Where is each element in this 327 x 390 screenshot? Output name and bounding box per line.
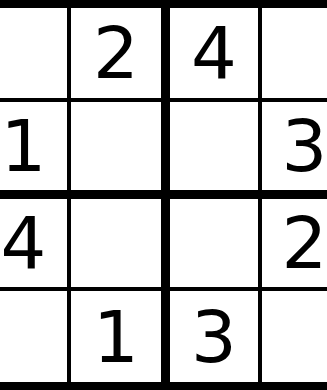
sudoku-cell-empty[interactable] [170,102,262,199]
cell-digit: 3 [282,110,327,182]
cell-digit: 2 [282,207,327,279]
sudoku-cell-given: 1 [0,102,71,199]
sudoku-cell-empty[interactable] [262,8,327,102]
sudoku-viewport: 24134213 [0,0,327,390]
sudoku-cell-given: 2 [71,8,170,102]
cell-digit: 4 [191,17,237,89]
sudoku-cell-empty[interactable] [0,291,71,382]
sudoku-board: 24134213 [0,0,327,390]
sudoku-cell-given: 4 [170,8,262,102]
cell-digit: 1 [1,110,47,182]
cell-digit: 2 [93,17,139,89]
sudoku-cell-given: 2 [262,199,327,291]
sudoku-cell-given: 3 [262,102,327,199]
cell-digit: 3 [191,301,237,373]
sudoku-cell-given: 3 [170,291,262,382]
sudoku-cell-given: 1 [71,291,170,382]
sudoku-cell-empty[interactable] [170,199,262,291]
sudoku-cell-given: 4 [0,199,71,291]
sudoku-cell-empty[interactable] [262,291,327,382]
sudoku-cell-empty[interactable] [71,199,170,291]
sudoku-cell-empty[interactable] [71,102,170,199]
cell-digit: 4 [1,207,47,279]
sudoku-cell-empty[interactable] [0,8,71,102]
cell-digit: 1 [93,301,139,373]
